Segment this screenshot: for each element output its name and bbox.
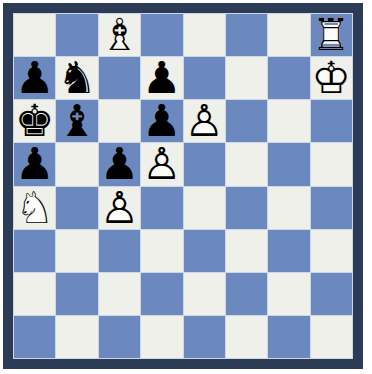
- white-piece-outline-glyph: ♖: [311, 14, 352, 56]
- square-a1[interactable]: [14, 316, 55, 358]
- square-f3[interactable]: [226, 230, 267, 272]
- white-pawn-icon: ♟♙: [184, 100, 225, 142]
- square-a3[interactable]: [14, 230, 55, 272]
- square-e4[interactable]: [184, 187, 225, 229]
- square-a6[interactable]: ♚: [14, 100, 55, 142]
- square-f7[interactable]: [226, 57, 267, 99]
- square-e3[interactable]: [184, 230, 225, 272]
- black-knight-icon: ♞: [56, 57, 97, 99]
- white-piece-outline-glyph: ♗: [99, 14, 140, 56]
- square-d5[interactable]: ♟♙: [141, 143, 182, 185]
- square-c4[interactable]: ♟♙: [99, 187, 140, 229]
- white-piece-outline-glyph: ♘: [14, 187, 55, 229]
- square-g7[interactable]: [268, 57, 309, 99]
- square-c6[interactable]: [99, 100, 140, 142]
- square-e6[interactable]: ♟♙: [184, 100, 225, 142]
- black-piece-glyph: ♞: [56, 57, 97, 99]
- square-e8[interactable]: [184, 14, 225, 56]
- chess-board-frame: ♝♗♜♖♟♞♟♚♔♚♝♟♟♙♟♟♟♙♞♘♟♙: [3, 3, 363, 369]
- square-c3[interactable]: [99, 230, 140, 272]
- square-h1[interactable]: [311, 316, 352, 358]
- black-piece-glyph: ♚: [14, 100, 55, 142]
- black-pawn-icon: ♟: [141, 57, 182, 99]
- square-h3[interactable]: [311, 230, 352, 272]
- white-piece-outline-glyph: ♙: [141, 143, 182, 185]
- square-g6[interactable]: [268, 100, 309, 142]
- white-king-icon: ♚♔: [311, 57, 352, 99]
- chess-board: ♝♗♜♖♟♞♟♚♔♚♝♟♟♙♟♟♟♙♞♘♟♙: [13, 13, 353, 359]
- square-d1[interactable]: [141, 316, 182, 358]
- black-piece-glyph: ♟: [14, 57, 55, 99]
- square-g4[interactable]: [268, 187, 309, 229]
- square-f2[interactable]: [226, 273, 267, 315]
- square-h8[interactable]: ♜♖: [311, 14, 352, 56]
- white-piece-outline-glyph: ♔: [311, 57, 352, 99]
- square-h2[interactable]: [311, 273, 352, 315]
- square-d3[interactable]: [141, 230, 182, 272]
- square-a4[interactable]: ♞♘: [14, 187, 55, 229]
- square-b3[interactable]: [56, 230, 97, 272]
- white-pawn-icon: ♟♙: [99, 187, 140, 229]
- square-d8[interactable]: [141, 14, 182, 56]
- square-d4[interactable]: [141, 187, 182, 229]
- square-c1[interactable]: [99, 316, 140, 358]
- square-e2[interactable]: [184, 273, 225, 315]
- white-bishop-icon: ♝♗: [99, 14, 140, 56]
- square-g3[interactable]: [268, 230, 309, 272]
- square-f1[interactable]: [226, 316, 267, 358]
- white-piece-outline-glyph: ♙: [184, 100, 225, 142]
- square-d2[interactable]: [141, 273, 182, 315]
- square-a2[interactable]: [14, 273, 55, 315]
- square-a5[interactable]: ♟: [14, 143, 55, 185]
- square-b6[interactable]: ♝: [56, 100, 97, 142]
- black-pawn-icon: ♟: [14, 57, 55, 99]
- square-e5[interactable]: [184, 143, 225, 185]
- square-a8[interactable]: [14, 14, 55, 56]
- square-h5[interactable]: [311, 143, 352, 185]
- square-b4[interactable]: [56, 187, 97, 229]
- square-b7[interactable]: ♞: [56, 57, 97, 99]
- square-e1[interactable]: [184, 316, 225, 358]
- square-f6[interactable]: [226, 100, 267, 142]
- square-f8[interactable]: [226, 14, 267, 56]
- square-d6[interactable]: ♟: [141, 100, 182, 142]
- white-piece-outline-glyph: ♙: [99, 187, 140, 229]
- square-c7[interactable]: [99, 57, 140, 99]
- black-king-icon: ♚: [14, 100, 55, 142]
- black-piece-glyph: ♝: [56, 100, 97, 142]
- square-h6[interactable]: [311, 100, 352, 142]
- square-c5[interactable]: ♟: [99, 143, 140, 185]
- square-c2[interactable]: [99, 273, 140, 315]
- square-d7[interactable]: ♟: [141, 57, 182, 99]
- black-pawn-icon: ♟: [99, 143, 140, 185]
- square-g8[interactable]: [268, 14, 309, 56]
- white-rook-icon: ♜♖: [311, 14, 352, 56]
- black-bishop-icon: ♝: [56, 100, 97, 142]
- black-piece-glyph: ♟: [141, 100, 182, 142]
- square-h7[interactable]: ♚♔: [311, 57, 352, 99]
- black-pawn-icon: ♟: [141, 100, 182, 142]
- black-piece-glyph: ♟: [141, 57, 182, 99]
- square-g1[interactable]: [268, 316, 309, 358]
- square-f4[interactable]: [226, 187, 267, 229]
- black-pawn-icon: ♟: [14, 143, 55, 185]
- square-b8[interactable]: [56, 14, 97, 56]
- square-h4[interactable]: [311, 187, 352, 229]
- square-f5[interactable]: [226, 143, 267, 185]
- white-knight-icon: ♞♘: [14, 187, 55, 229]
- square-g5[interactable]: [268, 143, 309, 185]
- black-piece-glyph: ♟: [99, 143, 140, 185]
- white-pawn-icon: ♟♙: [141, 143, 182, 185]
- square-b2[interactable]: [56, 273, 97, 315]
- square-a7[interactable]: ♟: [14, 57, 55, 99]
- square-g2[interactable]: [268, 273, 309, 315]
- square-b5[interactable]: [56, 143, 97, 185]
- square-e7[interactable]: [184, 57, 225, 99]
- black-piece-glyph: ♟: [14, 143, 55, 185]
- square-b1[interactable]: [56, 316, 97, 358]
- square-c8[interactable]: ♝♗: [99, 14, 140, 56]
